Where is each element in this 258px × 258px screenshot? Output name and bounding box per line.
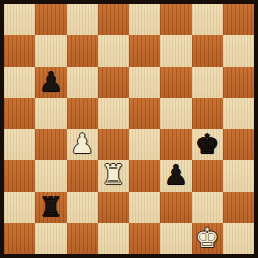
square-h2[interactable]	[223, 192, 254, 223]
square-a4[interactable]	[4, 129, 35, 160]
square-b2[interactable]: ♜	[35, 192, 66, 223]
square-d4[interactable]	[98, 129, 129, 160]
square-f3[interactable]: ♟	[160, 160, 191, 191]
square-c4[interactable]: ♟	[67, 129, 98, 160]
piece-black-pawn[interactable]: ♟	[39, 68, 63, 95]
square-c1[interactable]	[67, 223, 98, 254]
square-d1[interactable]	[98, 223, 129, 254]
square-d8[interactable]	[98, 4, 129, 35]
square-a7[interactable]	[4, 35, 35, 66]
square-g5[interactable]	[192, 98, 223, 129]
square-g6[interactable]	[192, 67, 223, 98]
square-g8[interactable]	[192, 4, 223, 35]
square-f5[interactable]	[160, 98, 191, 129]
square-b4[interactable]	[35, 129, 66, 160]
square-g2[interactable]	[192, 192, 223, 223]
square-h3[interactable]	[223, 160, 254, 191]
square-c7[interactable]	[67, 35, 98, 66]
square-e2[interactable]	[129, 192, 160, 223]
square-f7[interactable]	[160, 35, 191, 66]
square-a8[interactable]	[4, 4, 35, 35]
square-e3[interactable]	[129, 160, 160, 191]
square-g1[interactable]: ♚	[192, 223, 223, 254]
square-c3[interactable]	[67, 160, 98, 191]
square-h1[interactable]	[223, 223, 254, 254]
square-h4[interactable]	[223, 129, 254, 160]
square-a2[interactable]	[4, 192, 35, 223]
square-c2[interactable]	[67, 192, 98, 223]
square-g3[interactable]	[192, 160, 223, 191]
square-a1[interactable]	[4, 223, 35, 254]
square-b3[interactable]	[35, 160, 66, 191]
board-frame: ♟♟♚♜♟♜♚	[0, 0, 258, 258]
square-h5[interactable]	[223, 98, 254, 129]
square-a3[interactable]	[4, 160, 35, 191]
square-b1[interactable]	[35, 223, 66, 254]
square-f4[interactable]	[160, 129, 191, 160]
square-g7[interactable]	[192, 35, 223, 66]
square-d5[interactable]	[98, 98, 129, 129]
piece-white-king[interactable]: ♚	[195, 224, 219, 251]
square-d2[interactable]	[98, 192, 129, 223]
square-h6[interactable]	[223, 67, 254, 98]
square-a5[interactable]	[4, 98, 35, 129]
square-c6[interactable]	[67, 67, 98, 98]
piece-black-rook[interactable]: ♜	[39, 193, 63, 220]
square-d3[interactable]: ♜	[98, 160, 129, 191]
square-b6[interactable]: ♟	[35, 67, 66, 98]
square-f1[interactable]	[160, 223, 191, 254]
piece-black-king[interactable]: ♚	[195, 130, 219, 157]
piece-white-pawn[interactable]: ♟	[70, 130, 94, 157]
piece-black-pawn[interactable]: ♟	[164, 161, 188, 188]
square-e8[interactable]	[129, 4, 160, 35]
square-a6[interactable]	[4, 67, 35, 98]
square-e7[interactable]	[129, 35, 160, 66]
square-d7[interactable]	[98, 35, 129, 66]
square-d6[interactable]	[98, 67, 129, 98]
square-b7[interactable]	[35, 35, 66, 66]
piece-white-rook[interactable]: ♜	[101, 161, 125, 188]
square-f6[interactable]	[160, 67, 191, 98]
square-c8[interactable]	[67, 4, 98, 35]
square-f2[interactable]	[160, 192, 191, 223]
square-b5[interactable]	[35, 98, 66, 129]
square-g4[interactable]: ♚	[192, 129, 223, 160]
square-f8[interactable]	[160, 4, 191, 35]
chess-board: ♟♟♚♜♟♜♚	[4, 4, 254, 254]
square-h8[interactable]	[223, 4, 254, 35]
square-h7[interactable]	[223, 35, 254, 66]
square-e4[interactable]	[129, 129, 160, 160]
square-e6[interactable]	[129, 67, 160, 98]
square-b8[interactable]	[35, 4, 66, 35]
square-c5[interactable]	[67, 98, 98, 129]
square-e5[interactable]	[129, 98, 160, 129]
square-e1[interactable]	[129, 223, 160, 254]
